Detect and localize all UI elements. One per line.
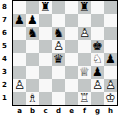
square-e8[interactable]	[65, 1, 78, 14]
file-label-d: d	[52, 106, 65, 117]
square-d1[interactable]	[52, 92, 65, 105]
square-g2[interactable]: ♟♙	[91, 79, 104, 92]
square-c7[interactable]	[39, 14, 52, 27]
square-h1[interactable]: ♚♔	[104, 92, 117, 105]
piece-outline-layer: ♖	[78, 92, 91, 105]
square-c8[interactable]: ♜	[39, 1, 52, 14]
rank-label-3: 3	[0, 66, 12, 79]
square-a6[interactable]	[13, 27, 26, 40]
square-d3[interactable]	[52, 66, 65, 79]
square-e1[interactable]	[65, 92, 78, 105]
piece-black-rook-f8[interactable]: ♜	[78, 1, 91, 14]
square-h8[interactable]	[104, 1, 117, 14]
square-a7[interactable]: ♟	[13, 14, 26, 27]
file-label-g: g	[91, 106, 104, 117]
square-e3[interactable]	[65, 66, 78, 79]
square-a4[interactable]	[13, 53, 26, 66]
square-e6[interactable]	[65, 27, 78, 40]
piece-black-pawn-a7[interactable]: ♟	[13, 14, 26, 27]
square-d4[interactable]: ♛	[52, 53, 65, 66]
square-b1[interactable]: ♝♗	[26, 92, 39, 105]
piece-outline-layer: ♙	[78, 27, 91, 40]
square-a2[interactable]: ♟♙	[13, 79, 26, 92]
square-c2[interactable]	[39, 79, 52, 92]
rank-label-2: 2	[0, 79, 12, 92]
rank-label-7: 7	[0, 14, 12, 27]
piece-black-pawn-h4[interactable]: ♟	[104, 53, 117, 66]
square-f5[interactable]	[78, 40, 91, 53]
square-d2[interactable]	[52, 79, 65, 92]
square-e7[interactable]	[65, 14, 78, 27]
square-a1[interactable]	[13, 92, 26, 105]
square-b4[interactable]	[26, 53, 39, 66]
file-labels: abcdefgh	[12, 106, 118, 118]
square-b5[interactable]	[26, 40, 39, 53]
rank-label-4: 4	[0, 53, 12, 66]
square-h7[interactable]	[104, 14, 117, 27]
square-f8[interactable]: ♜	[78, 1, 91, 14]
square-c6[interactable]	[39, 27, 52, 40]
square-h6[interactable]	[104, 27, 117, 40]
piece-outline-layer: ♔	[104, 92, 117, 105]
rank-label-1: 1	[0, 92, 12, 105]
square-e4[interactable]	[65, 53, 78, 66]
square-e2[interactable]	[65, 79, 78, 92]
piece-white-pawn-f6[interactable]: ♟♙	[78, 27, 91, 40]
chess-board: ♜♜♟♟♞♞♟♙♟♙♚♛♞♘♟♛♕♟♟♙♟♙♟♙♝♗♜♖♚♔	[12, 0, 118, 106]
file-label-h: h	[104, 106, 117, 117]
square-g1[interactable]	[91, 92, 104, 105]
square-h4[interactable]: ♟	[104, 53, 117, 66]
square-d8[interactable]	[52, 1, 65, 14]
file-label-e: e	[65, 106, 78, 117]
piece-white-rook-f1[interactable]: ♜♖	[78, 92, 91, 105]
rank-label-8: 8	[0, 1, 12, 14]
piece-outline-layer: ♕	[78, 66, 91, 79]
piece-white-pawn-a2[interactable]: ♟♙	[13, 79, 26, 92]
piece-black-queen-d4[interactable]: ♛	[52, 53, 65, 66]
file-label-b: b	[26, 106, 39, 117]
file-label-f: f	[78, 106, 91, 117]
file-label-c: c	[39, 106, 52, 117]
square-f1[interactable]: ♜♖	[78, 92, 91, 105]
piece-white-pawn-g2[interactable]: ♟♙	[91, 79, 104, 92]
square-c4[interactable]	[39, 53, 52, 66]
piece-white-king-h1[interactable]: ♚♔	[104, 92, 117, 105]
rank-label-6: 6	[0, 27, 12, 40]
piece-outline-layer: ♙	[13, 79, 26, 92]
piece-white-bishop-b1[interactable]: ♝♗	[26, 92, 39, 105]
square-f6[interactable]: ♟♙	[78, 27, 91, 40]
file-label-a: a	[13, 106, 26, 117]
square-f3[interactable]: ♛♕	[78, 66, 91, 79]
piece-outline-layer: ♙	[91, 79, 104, 92]
board-corner-spacer	[0, 106, 12, 118]
square-c3[interactable]	[39, 66, 52, 79]
square-c5[interactable]	[39, 40, 52, 53]
square-a5[interactable]	[13, 40, 26, 53]
rank-labels: 87654321	[0, 0, 12, 106]
piece-black-rook-c8[interactable]: ♜	[39, 1, 52, 14]
chess-diagram: 87654321 ♜♜♟♟♞♞♟♙♟♙♚♛♞♘♟♛♕♟♟♙♟♙♟♙♝♗♜♖♚♔ …	[0, 0, 118, 118]
piece-white-queen-f3[interactable]: ♛♕	[78, 66, 91, 79]
rank-label-5: 5	[0, 40, 12, 53]
square-c1[interactable]	[39, 92, 52, 105]
square-e5[interactable]	[65, 40, 78, 53]
square-b6[interactable]: ♞	[26, 27, 39, 40]
piece-black-knight-b6[interactable]: ♞	[26, 27, 39, 40]
square-g8[interactable]	[91, 1, 104, 14]
square-g7[interactable]	[91, 14, 104, 27]
piece-outline-layer: ♗	[26, 92, 39, 105]
square-b3[interactable]	[26, 66, 39, 79]
